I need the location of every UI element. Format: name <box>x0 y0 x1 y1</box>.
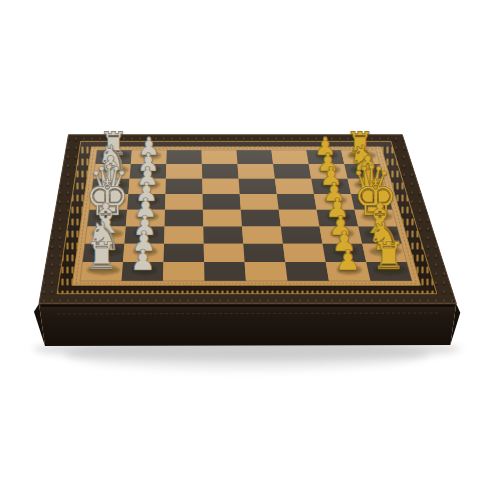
piece-shadow <box>94 212 125 220</box>
piece-shadow <box>133 247 157 256</box>
product-photo-stage: ♜♟♟♜♞♟♟♞♝♟♟♝♛♟♟♛♚♟♟♚♝♟♟♝♞♟♟♞♜♟♟♜ <box>0 0 480 480</box>
piece-shadow <box>99 166 128 174</box>
piece-shadow <box>327 212 350 220</box>
piece-shadow <box>366 229 397 238</box>
piece-shadow <box>132 265 157 274</box>
piece-shadow <box>321 181 343 189</box>
piece-shadow <box>138 181 160 189</box>
piece-shadow <box>370 247 402 256</box>
box-front-face <box>39 304 456 346</box>
piece-shadow <box>101 152 129 160</box>
piece-shadow <box>137 196 159 204</box>
piece-shadow <box>362 212 393 220</box>
piece-shadow <box>87 265 120 274</box>
piece-shadow <box>319 166 341 174</box>
piece-shadow <box>136 212 159 220</box>
piece-shadow <box>330 229 354 238</box>
piece-shadow <box>140 152 161 160</box>
piece-shadow <box>351 166 380 174</box>
piece-shadow <box>96 196 126 204</box>
piece-shadow <box>334 247 358 256</box>
chess-board <box>0 0 480 480</box>
piece-shadow <box>89 247 121 256</box>
piece-shadow <box>337 265 362 274</box>
piece-shadow <box>134 229 158 238</box>
piece-shadow <box>324 196 346 204</box>
piece-shadow <box>354 181 383 189</box>
piece-shadow <box>358 196 388 204</box>
piece-shadow <box>139 166 161 174</box>
piece-shadow <box>98 181 127 189</box>
piece-shadow <box>316 152 337 160</box>
piece-shadow <box>91 229 122 238</box>
piece-shadow <box>374 265 407 274</box>
piece-shadow <box>348 152 376 160</box>
